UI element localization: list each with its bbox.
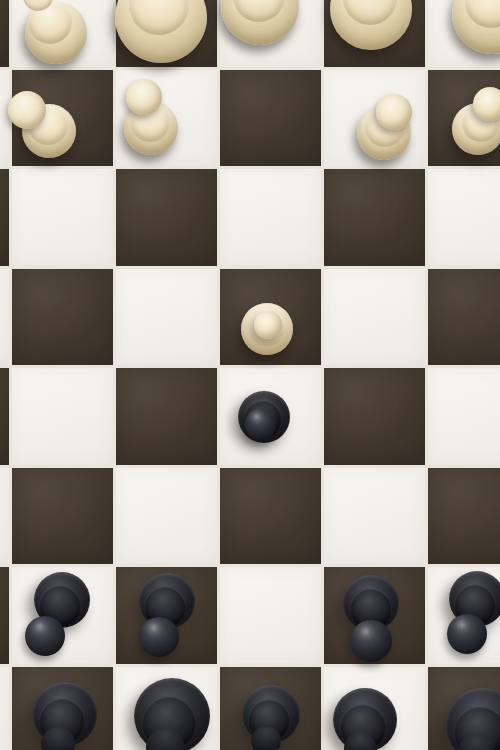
pawn-head-circle	[254, 311, 282, 339]
chessboard-photo	[0, 0, 500, 750]
queen-cone-circle	[251, 726, 281, 750]
pawn-head-circle	[25, 616, 65, 656]
pawn-head-circle	[376, 94, 412, 130]
pawn-head-circle	[8, 91, 46, 129]
pawn-head-circle	[473, 87, 500, 121]
pawn-head-circle	[126, 79, 162, 115]
pawn-head-circle	[447, 614, 487, 654]
pawn-head-circle	[245, 408, 277, 440]
pawn-head-circle	[139, 617, 179, 657]
chess-pieces-layer	[0, 0, 500, 750]
pawn-head-circle	[350, 620, 392, 662]
